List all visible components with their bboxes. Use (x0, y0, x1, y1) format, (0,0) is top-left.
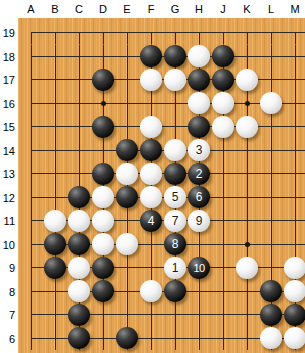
board-cell[interactable] (235, 233, 259, 257)
board-cell[interactable] (139, 45, 163, 69)
white-stone (116, 163, 138, 185)
column-label: M (283, 2, 305, 16)
black-stone (140, 45, 162, 67)
column-label: J (211, 2, 235, 16)
board-cell[interactable] (139, 280, 163, 304)
white-stone (236, 257, 258, 279)
board-cell[interactable] (187, 233, 211, 257)
board-cell[interactable] (91, 139, 115, 163)
board-cell[interactable] (283, 186, 305, 210)
go-board: 32564798110 (19, 21, 305, 350)
board-cell[interactable] (43, 115, 67, 139)
board-cell[interactable] (283, 92, 305, 116)
white-stone (164, 69, 186, 91)
column-label: D (91, 2, 115, 16)
board-cell[interactable] (19, 186, 43, 210)
board-cell[interactable] (235, 115, 259, 139)
board-cell[interactable] (43, 162, 67, 186)
white-stone (140, 163, 162, 185)
white-stone (68, 257, 90, 279)
board-cell[interactable] (115, 209, 139, 233)
board-cell[interactable] (91, 186, 115, 210)
board-cell[interactable] (91, 256, 115, 280)
row-label: 12 (0, 191, 15, 205)
board-cell[interactable] (283, 327, 305, 351)
board-cell[interactable] (259, 139, 283, 163)
board-cell[interactable] (235, 162, 259, 186)
white-stone (284, 280, 305, 302)
board-cell[interactable] (67, 233, 91, 257)
column-label: H (187, 2, 211, 16)
board-cell[interactable] (187, 280, 211, 304)
board-cell[interactable] (91, 45, 115, 69)
black-stone (260, 304, 282, 326)
board-cell[interactable] (67, 45, 91, 69)
board-cell[interactable] (19, 21, 43, 45)
board-cell[interactable] (139, 327, 163, 351)
board-cell[interactable] (235, 21, 259, 45)
board-cell[interactable] (91, 92, 115, 116)
black-stone (68, 304, 90, 326)
row-label: 6 (0, 332, 15, 346)
board-cell[interactable] (115, 327, 139, 351)
board-cell[interactable]: 7 (163, 209, 187, 233)
column-label: L (259, 2, 283, 16)
board-cell[interactable] (139, 21, 163, 45)
row-label: 9 (0, 261, 15, 275)
board-cell[interactable] (115, 186, 139, 210)
board-cell[interactable] (235, 139, 259, 163)
star-point (245, 101, 250, 106)
white-stone (188, 45, 210, 67)
board-cell[interactable] (259, 115, 283, 139)
board-cell[interactable] (91, 327, 115, 351)
white-stone: 1 (164, 257, 186, 279)
white-stone (260, 92, 282, 114)
board-cell[interactable] (235, 280, 259, 304)
black-stone (44, 257, 66, 279)
white-stone (116, 233, 138, 255)
board-cell[interactable] (187, 68, 211, 92)
board-cell[interactable] (283, 115, 305, 139)
move-number: 8 (172, 238, 179, 250)
white-stone (68, 210, 90, 232)
move-number: 5 (172, 191, 179, 203)
board-cell[interactable] (139, 162, 163, 186)
row-label: 11 (0, 214, 15, 228)
white-stone (92, 186, 114, 208)
board-cell[interactable] (67, 327, 91, 351)
black-stone (44, 233, 66, 255)
board-cell[interactable] (139, 233, 163, 257)
column-label: G (163, 2, 187, 16)
board-cell[interactable] (163, 280, 187, 304)
black-stone (68, 186, 90, 208)
white-stone (212, 116, 234, 138)
row-label: 17 (0, 73, 15, 87)
board-cell[interactable] (19, 327, 43, 351)
row-label: 16 (0, 97, 15, 111)
white-stone (140, 116, 162, 138)
move-number: 9 (196, 215, 203, 227)
black-stone (164, 163, 186, 185)
board-cell[interactable] (283, 280, 305, 304)
black-stone (284, 304, 305, 326)
board-cell[interactable] (43, 186, 67, 210)
board-cell[interactable] (211, 115, 235, 139)
board-cell[interactable] (163, 162, 187, 186)
board-cell[interactable] (43, 209, 67, 233)
board-cell[interactable] (91, 115, 115, 139)
board-cell[interactable] (139, 139, 163, 163)
row-label: 14 (0, 144, 15, 158)
board-cell[interactable] (67, 162, 91, 186)
black-stone (92, 163, 114, 185)
white-stone (236, 69, 258, 91)
move-number: 6 (196, 191, 203, 203)
board-cell[interactable]: 3 (187, 139, 211, 163)
black-stone (116, 186, 138, 208)
board-cell[interactable] (91, 303, 115, 327)
move-number: 1 (172, 262, 179, 274)
board-cell[interactable] (19, 280, 43, 304)
board-cell[interactable] (19, 303, 43, 327)
board-cell[interactable] (163, 115, 187, 139)
board-cell[interactable] (115, 68, 139, 92)
column-label: K (235, 2, 259, 16)
board-cell[interactable] (283, 162, 305, 186)
board-cell[interactable] (67, 92, 91, 116)
board-cell[interactable] (235, 209, 259, 233)
move-number: 3 (196, 144, 203, 156)
board-cell[interactable] (67, 186, 91, 210)
board-cell[interactable] (115, 115, 139, 139)
board-cell[interactable] (19, 162, 43, 186)
board-cell[interactable] (235, 327, 259, 351)
white-stone (140, 280, 162, 302)
black-stone: 6 (188, 186, 210, 208)
board-cell[interactable] (163, 139, 187, 163)
board-cell[interactable] (43, 233, 67, 257)
column-label: E (115, 2, 139, 16)
board-cell[interactable] (259, 327, 283, 351)
board-cell[interactable] (283, 45, 305, 69)
white-stone: 5 (164, 186, 186, 208)
white-stone (260, 327, 282, 349)
board-cell[interactable] (91, 21, 115, 45)
board-cell[interactable] (139, 303, 163, 327)
board-cell[interactable] (283, 21, 305, 45)
white-stone (44, 210, 66, 232)
board-cell[interactable] (19, 233, 43, 257)
row-label: 13 (0, 167, 15, 181)
board-cell[interactable] (211, 233, 235, 257)
board-cell[interactable] (211, 92, 235, 116)
board-cell[interactable] (43, 280, 67, 304)
black-stone (68, 233, 90, 255)
board-cell[interactable] (211, 327, 235, 351)
board-cell[interactable] (235, 256, 259, 280)
board-cell[interactable] (187, 21, 211, 45)
board-cell[interactable] (19, 115, 43, 139)
black-stone (140, 139, 162, 161)
black-stone (116, 139, 138, 161)
move-number: 7 (172, 215, 179, 227)
board-cell[interactable] (259, 303, 283, 327)
board-cell[interactable] (115, 92, 139, 116)
board-cell[interactable] (115, 21, 139, 45)
board-cell[interactable] (43, 139, 67, 163)
column-label: C (67, 2, 91, 16)
board-cell[interactable]: 2 (187, 162, 211, 186)
white-stone: 3 (188, 139, 210, 161)
row-label: 18 (0, 50, 15, 64)
board-cell[interactable] (115, 280, 139, 304)
white-stone (164, 139, 186, 161)
go-board-wood: 32564798110 (18, 18, 305, 353)
board-cell[interactable] (19, 92, 43, 116)
board-cell[interactable] (67, 209, 91, 233)
white-stone (284, 257, 305, 279)
board-cell[interactable] (91, 280, 115, 304)
board-cell[interactable] (163, 21, 187, 45)
white-stone (92, 210, 114, 232)
black-stone: 8 (164, 233, 186, 255)
row-label: 10 (0, 238, 15, 252)
black-stone (116, 327, 138, 349)
board-cell[interactable] (91, 162, 115, 186)
board-cell[interactable] (139, 256, 163, 280)
black-stone: 10 (188, 257, 210, 279)
board-cell[interactable] (19, 68, 43, 92)
black-stone (212, 69, 234, 91)
white-stone (140, 69, 162, 91)
board-cell[interactable] (211, 139, 235, 163)
board-cell[interactable] (259, 186, 283, 210)
board-cell[interactable]: 1 (163, 256, 187, 280)
board-cell[interactable] (43, 68, 67, 92)
board-cell[interactable] (235, 303, 259, 327)
black-stone (92, 257, 114, 279)
board-cell[interactable] (259, 68, 283, 92)
white-stone (284, 327, 305, 349)
board-cell[interactable] (163, 303, 187, 327)
board-cell[interactable] (19, 256, 43, 280)
black-stone (164, 45, 186, 67)
white-stone (92, 233, 114, 255)
board-cell[interactable] (187, 115, 211, 139)
board-cell[interactable] (259, 162, 283, 186)
board-cell[interactable] (283, 256, 305, 280)
board-cell[interactable] (259, 256, 283, 280)
board-cell[interactable] (91, 233, 115, 257)
column-label: F (139, 2, 163, 16)
white-stone: 9 (188, 210, 210, 232)
board-cell[interactable] (211, 45, 235, 69)
board-cell[interactable] (67, 280, 91, 304)
board-cell[interactable] (67, 139, 91, 163)
white-stone: 7 (164, 210, 186, 232)
board-cell[interactable] (211, 209, 235, 233)
board-cell[interactable] (91, 68, 115, 92)
star-point (245, 242, 250, 247)
black-stone (92, 69, 114, 91)
column-label: B (43, 2, 67, 16)
board-cell[interactable] (67, 303, 91, 327)
black-stone (188, 69, 210, 91)
black-stone (92, 280, 114, 302)
black-stone: 4 (140, 210, 162, 232)
row-label: 7 (0, 308, 15, 322)
board-cell[interactable] (43, 303, 67, 327)
board-cell[interactable] (283, 139, 305, 163)
board-cell[interactable] (43, 92, 67, 116)
board-cell[interactable] (67, 256, 91, 280)
black-stone (212, 45, 234, 67)
black-stone (68, 327, 90, 349)
black-stone: 2 (188, 163, 210, 185)
board-cell[interactable] (115, 45, 139, 69)
board-cell[interactable] (235, 45, 259, 69)
board-cell[interactable] (163, 45, 187, 69)
board-cell[interactable] (163, 327, 187, 351)
board-cell[interactable]: 10 (187, 256, 211, 280)
board-cell[interactable] (43, 21, 67, 45)
board-cell[interactable] (211, 68, 235, 92)
board-cell[interactable] (115, 233, 139, 257)
board-cell[interactable] (139, 92, 163, 116)
white-stone (68, 280, 90, 302)
board-cell[interactable] (43, 45, 67, 69)
board-cell[interactable] (259, 209, 283, 233)
board-cell[interactable] (235, 68, 259, 92)
board-cell[interactable] (283, 68, 305, 92)
white-stone (212, 92, 234, 114)
move-number: 10 (193, 262, 204, 274)
board-cell[interactable] (19, 45, 43, 69)
board-cell[interactable] (283, 233, 305, 257)
board-cell[interactable] (139, 68, 163, 92)
go-diagram: 32564798110 ABCDEFGHJKLM 191817161514131… (0, 0, 305, 353)
board-cell[interactable] (115, 303, 139, 327)
board-cell[interactable] (187, 327, 211, 351)
board-cell[interactable] (211, 303, 235, 327)
move-number: 4 (148, 215, 155, 227)
board-cell[interactable] (115, 139, 139, 163)
board-cell[interactable] (43, 256, 67, 280)
black-stone (260, 280, 282, 302)
board-cell[interactable]: 8 (163, 233, 187, 257)
board-cell[interactable] (211, 280, 235, 304)
board-cell[interactable]: 4 (139, 209, 163, 233)
board-cell[interactable]: 9 (187, 209, 211, 233)
board-cell[interactable] (259, 92, 283, 116)
white-stone (188, 92, 210, 114)
board-cell[interactable] (283, 303, 305, 327)
board-cell[interactable] (259, 233, 283, 257)
board-cell[interactable] (163, 68, 187, 92)
board-cell[interactable] (43, 327, 67, 351)
board-cell[interactable] (283, 209, 305, 233)
move-number: 2 (196, 168, 203, 180)
black-stone (188, 116, 210, 138)
board-cell[interactable] (259, 280, 283, 304)
board-cell[interactable] (19, 209, 43, 233)
board-cell[interactable] (67, 68, 91, 92)
board-cell[interactable] (211, 256, 235, 280)
black-stone (92, 116, 114, 138)
board-cell[interactable]: 6 (187, 186, 211, 210)
board-cell[interactable] (187, 92, 211, 116)
row-label: 8 (0, 285, 15, 299)
board-cell[interactable] (139, 186, 163, 210)
board-cell[interactable] (187, 303, 211, 327)
board-cell[interactable] (211, 162, 235, 186)
board-cell[interactable]: 5 (163, 186, 187, 210)
row-label: 15 (0, 120, 15, 134)
board-cell[interactable] (67, 21, 91, 45)
board-cell[interactable] (115, 162, 139, 186)
board-cell[interactable] (211, 21, 235, 45)
board-cell[interactable] (67, 115, 91, 139)
board-cell[interactable] (91, 209, 115, 233)
board-cell[interactable] (235, 186, 259, 210)
board-cell[interactable] (235, 92, 259, 116)
row-label: 19 (0, 26, 15, 40)
board-cell[interactable] (187, 45, 211, 69)
board-cell[interactable] (139, 115, 163, 139)
board-cell[interactable] (115, 256, 139, 280)
star-point (101, 101, 106, 106)
black-stone (164, 280, 186, 302)
board-cell[interactable] (163, 92, 187, 116)
board-cell[interactable] (259, 45, 283, 69)
white-stone (236, 116, 258, 138)
board-cell[interactable] (259, 21, 283, 45)
board-cell[interactable] (19, 139, 43, 163)
column-label: A (19, 2, 43, 16)
board-cell[interactable] (211, 186, 235, 210)
white-stone (140, 186, 162, 208)
